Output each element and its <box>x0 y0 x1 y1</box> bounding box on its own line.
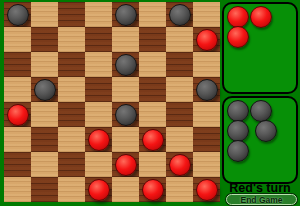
captured-red-piece <box>250 6 272 28</box>
black-checker-piece[interactable] <box>115 4 137 26</box>
board-square-r4c6[interactable] <box>166 102 193 127</box>
board-square-r0c1 <box>31 2 58 27</box>
board-square-r7c0 <box>4 177 31 202</box>
checkers-app: Red's turn End Game <box>0 0 300 206</box>
board-square-r6c3 <box>85 152 112 177</box>
captured-red-piece <box>227 26 249 48</box>
black-checker-piece[interactable] <box>196 79 218 101</box>
black-checker-piece[interactable] <box>169 4 191 26</box>
board-square-r6c4[interactable] <box>112 152 139 177</box>
board-square-r3c2 <box>58 77 85 102</box>
board-square-r1c0 <box>4 27 31 52</box>
board-square-r4c0[interactable] <box>4 102 31 127</box>
black-checker-piece[interactable] <box>7 4 29 26</box>
captured-black-tray <box>222 96 298 184</box>
board-square-r3c0 <box>4 77 31 102</box>
captured-black-piece <box>227 100 249 122</box>
board-square-r6c5 <box>139 152 166 177</box>
board-square-r6c6[interactable] <box>166 152 193 177</box>
board-square-r5c6 <box>166 127 193 152</box>
board-square-r4c1 <box>31 102 58 127</box>
board-square-r5c7[interactable] <box>193 127 220 152</box>
board-square-r0c3 <box>85 2 112 27</box>
red-checker-piece[interactable] <box>169 154 191 176</box>
board-square-r5c4 <box>112 127 139 152</box>
board-square-r3c3[interactable] <box>85 77 112 102</box>
board-square-r7c7[interactable] <box>193 177 220 202</box>
board-square-r5c2 <box>58 127 85 152</box>
red-checker-piece[interactable] <box>7 104 29 126</box>
board-square-r1c3[interactable] <box>85 27 112 52</box>
board-square-r6c7 <box>193 152 220 177</box>
board-square-r2c7 <box>193 52 220 77</box>
board-square-r6c2[interactable] <box>58 152 85 177</box>
captured-black-piece <box>227 140 249 162</box>
board-square-r0c2[interactable] <box>58 2 85 27</box>
board-square-r2c0[interactable] <box>4 52 31 77</box>
board-square-r2c4[interactable] <box>112 52 139 77</box>
red-checker-piece[interactable] <box>115 154 137 176</box>
board-square-r5c5[interactable] <box>139 127 166 152</box>
board-square-r2c3 <box>85 52 112 77</box>
captured-black-piece <box>250 100 272 122</box>
board-square-r0c4[interactable] <box>112 2 139 27</box>
board-square-r7c6 <box>166 177 193 202</box>
red-checker-piece[interactable] <box>88 129 110 151</box>
board-square-r7c2 <box>58 177 85 202</box>
board-square-r1c7[interactable] <box>193 27 220 52</box>
captured-red-piece <box>227 6 249 28</box>
black-checker-piece[interactable] <box>34 79 56 101</box>
board-square-r3c6 <box>166 77 193 102</box>
board-square-r2c1 <box>31 52 58 77</box>
board-square-r3c5[interactable] <box>139 77 166 102</box>
red-checker-piece[interactable] <box>142 179 164 201</box>
board-square-r4c7 <box>193 102 220 127</box>
board-square-r2c6[interactable] <box>166 52 193 77</box>
captured-black-piece <box>255 120 277 142</box>
board-square-r7c3[interactable] <box>85 177 112 202</box>
board-square-r4c2[interactable] <box>58 102 85 127</box>
board-square-r2c5 <box>139 52 166 77</box>
board-square-r5c1[interactable] <box>31 127 58 152</box>
board-square-r4c5 <box>139 102 166 127</box>
captured-red-tray <box>222 2 298 94</box>
board-square-r0c0[interactable] <box>4 2 31 27</box>
board-square-r2c2[interactable] <box>58 52 85 77</box>
board-square-r3c4 <box>112 77 139 102</box>
board-square-r0c7 <box>193 2 220 27</box>
board-square-r1c1[interactable] <box>31 27 58 52</box>
board-square-r7c4 <box>112 177 139 202</box>
red-checker-piece[interactable] <box>88 179 110 201</box>
board-square-r1c4 <box>112 27 139 52</box>
board-square-r4c4[interactable] <box>112 102 139 127</box>
board-square-r3c1[interactable] <box>31 77 58 102</box>
board-square-r1c5[interactable] <box>139 27 166 52</box>
turn-status-text: Red's turn <box>220 181 300 195</box>
board-square-r5c0 <box>4 127 31 152</box>
board-square-r1c2 <box>58 27 85 52</box>
red-checker-piece[interactable] <box>196 179 218 201</box>
board-square-r5c3[interactable] <box>85 127 112 152</box>
board-square-r6c0[interactable] <box>4 152 31 177</box>
board-square-r1c6 <box>166 27 193 52</box>
board-square-r3c7[interactable] <box>193 77 220 102</box>
black-checker-piece[interactable] <box>115 54 137 76</box>
board-square-r4c3 <box>85 102 112 127</box>
checkers-board <box>4 2 220 202</box>
board-square-r6c1 <box>31 152 58 177</box>
red-checker-piece[interactable] <box>142 129 164 151</box>
board-square-r0c6[interactable] <box>166 2 193 27</box>
black-checker-piece[interactable] <box>115 104 137 126</box>
board-square-r7c1[interactable] <box>31 177 58 202</box>
board-square-r0c5 <box>139 2 166 27</box>
captured-black-piece <box>227 120 249 142</box>
end-game-button[interactable]: End Game <box>226 194 297 205</box>
red-checker-piece[interactable] <box>196 29 218 51</box>
board-square-r7c5[interactable] <box>139 177 166 202</box>
